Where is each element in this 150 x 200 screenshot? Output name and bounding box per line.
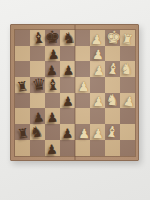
square-r2c6: ♟ [90,46,105,62]
square-r7c2: ♞ [30,124,45,140]
square-r6c8 [120,108,135,124]
square-r1c6: ♟ [90,30,105,46]
piece-light-knight: ♞ [119,61,135,78]
square-r5c1 [15,93,30,109]
piece-light-pawn: ♟ [78,127,90,140]
square-r4c8 [120,77,135,93]
square-r1c5 [75,30,90,46]
square-r2c7 [105,46,120,62]
square-r1c1 [15,30,30,46]
piece-light-pawn: ♟ [91,126,103,140]
piece-light-pawn: ♟ [92,64,104,78]
square-r1c3: ♚ [45,30,60,46]
square-r3c5 [75,61,90,77]
square-r2c1 [15,46,30,62]
piece-dark-pawn: ♟ [62,64,74,77]
square-r4c6 [90,77,105,93]
square-r3c4: ♟ [60,61,75,77]
square-r4c7 [105,77,120,93]
square-r5c6: ♟ [90,93,105,109]
square-r1c7: ♚ [105,30,120,46]
square-r6c1 [15,108,30,124]
square-r2c3: ♟ [45,46,60,62]
square-r5c7: ♞ [105,93,120,109]
square-r6c4 [60,108,75,124]
piece-dark-pawn: ♟ [45,142,57,156]
square-r5c5 [75,93,90,109]
piece-light-knight: ♞ [104,93,119,109]
square-r5c4: ♟ [60,93,75,109]
square-r2c8 [120,46,135,62]
piece-dark-rook: ♜ [16,126,29,141]
square-r2c4 [60,46,75,62]
square-r3c3: ♟ [45,61,60,77]
chessboard-frame: ♝♚♞♟♚♜♟♟♟♟♟♝♞♜♛♝♟♟♟♞♟♟♟♜♞♟♟♟♝♟ [10,24,139,161]
piece-light-bishop: ♝ [104,124,119,140]
square-r3c6: ♟ [90,61,105,77]
piece-light-pawn: ♟ [77,80,89,93]
square-r7c1: ♜ [15,124,30,140]
piece-light-pawn: ♟ [92,95,104,109]
square-r7c8 [120,124,135,140]
square-r8c6 [90,140,105,156]
square-r5c3 [45,93,60,109]
piece-dark-pawn: ♟ [62,95,74,108]
square-r8c3: ♟ [45,140,60,156]
piece-dark-rook: ♜ [15,79,28,94]
piece-light-pawn: ♟ [122,95,135,110]
square-r4c2: ♛ [30,77,45,93]
square-r3c7: ♝ [105,61,120,77]
square-r8c2 [30,140,45,156]
square-r6c5 [75,108,90,124]
square-r4c3: ♝ [45,77,60,93]
square-r7c3 [45,124,60,140]
square-r6c6 [90,108,105,124]
square-r2c2 [30,46,45,62]
square-r8c1 [15,140,30,156]
square-r4c5: ♟ [75,77,90,93]
square-r3c1 [15,61,30,77]
square-r7c7: ♝ [105,124,120,140]
square-r2c5 [75,46,90,62]
square-r7c6: ♟ [90,124,105,140]
piece-dark-bishop: ♝ [31,30,46,46]
piece-light-pawn: ♟ [91,48,103,62]
piece-dark-pawn: ♟ [61,127,73,140]
square-r1c2: ♝ [30,30,45,46]
piece-dark-knight: ♞ [62,31,76,46]
square-r7c4: ♟ [60,124,75,140]
piece-light-bishop: ♝ [105,61,120,77]
square-r8c7 [105,140,120,156]
piece-dark-pawn: ♟ [32,111,45,125]
square-r3c8: ♞ [120,61,135,77]
square-r5c2 [30,93,45,109]
piece-dark-knight: ♞ [29,124,44,140]
piece-dark-pawn: ♟ [46,111,58,125]
square-r7c5: ♟ [75,124,90,140]
square-r4c4 [60,77,75,93]
square-r8c5 [75,140,90,156]
piece-dark-pawn: ♟ [45,64,57,78]
chessboard-grid: ♝♚♞♟♚♜♟♟♟♟♟♝♞♜♛♝♟♟♟♞♟♟♟♜♞♟♟♟♝♟ [15,30,135,156]
square-r8c8 [120,140,135,156]
square-r4c1: ♜ [15,77,30,93]
square-r1c4: ♞ [60,30,75,46]
piece-dark-king: ♚ [44,28,60,46]
square-r5c8: ♟ [120,93,135,109]
piece-light-rook: ♜ [120,32,133,47]
square-r6c3: ♟ [45,108,60,124]
piece-light-pawn: ♟ [90,32,102,46]
square-r6c2: ♟ [30,108,45,124]
piece-dark-bishop: ♝ [45,77,59,93]
square-r3c2 [30,61,45,77]
square-r1c8: ♜ [120,30,135,46]
square-r6c7 [105,108,120,124]
chessboard-photo: ♝♚♞♟♚♜♟♟♟♟♟♝♞♜♛♝♟♟♟♞♟♟♟♜♞♟♟♟♝♟ [0,0,150,200]
square-r8c4 [60,140,75,156]
piece-dark-pawn: ♟ [47,48,59,62]
